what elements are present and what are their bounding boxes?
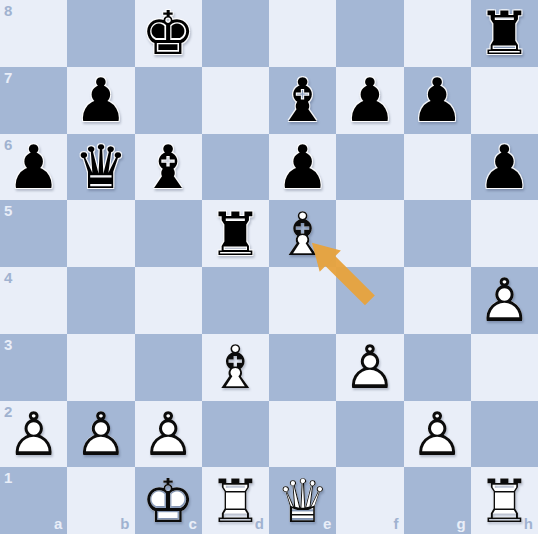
- square-g1[interactable]: g: [404, 467, 471, 534]
- rank-label-7: 7: [4, 70, 12, 85]
- square-e3[interactable]: [269, 334, 336, 401]
- square-g3[interactable]: [404, 334, 471, 401]
- square-h2[interactable]: [471, 401, 538, 468]
- board-grid: 8♚♜7♟♝♟♟6♟♛♝♟♟5♜♝♗4♟♙3♝♗♟♙2♟♙♟♙♟♙♟♙1abc♚…: [0, 0, 538, 534]
- square-f6[interactable]: [336, 134, 403, 201]
- square-c5[interactable]: [135, 200, 202, 267]
- square-e4[interactable]: [269, 267, 336, 334]
- square-g2[interactable]: ♟♙: [404, 401, 471, 468]
- square-c3[interactable]: [135, 334, 202, 401]
- square-e5[interactable]: ♝♗: [269, 200, 336, 267]
- piece-outline-glyph: ♕: [276, 471, 330, 531]
- square-f7[interactable]: ♟: [336, 67, 403, 134]
- piece-outline-glyph: ♙: [7, 404, 61, 464]
- white-queen-e1[interactable]: ♛♕: [276, 471, 330, 531]
- white-rook-d1[interactable]: ♜♖: [208, 471, 262, 531]
- black-rook-d5[interactable]: ♜: [208, 204, 262, 264]
- white-pawn-h4[interactable]: ♟♙: [477, 270, 531, 330]
- square-c6[interactable]: ♝: [135, 134, 202, 201]
- square-g7[interactable]: ♟: [404, 67, 471, 134]
- black-pawn-e6[interactable]: ♟: [276, 137, 330, 197]
- square-e7[interactable]: ♝: [269, 67, 336, 134]
- piece-outline-glyph: ♖: [208, 471, 262, 531]
- square-d2[interactable]: [202, 401, 269, 468]
- square-a8[interactable]: 8: [0, 0, 67, 67]
- black-bishop-e7[interactable]: ♝: [276, 70, 330, 130]
- black-rook-h8[interactable]: ♜: [477, 3, 531, 63]
- square-d7[interactable]: [202, 67, 269, 134]
- black-pawn-g7[interactable]: ♟: [410, 70, 464, 130]
- white-pawn-f3[interactable]: ♟♙: [343, 337, 397, 397]
- piece-outline-glyph: ♗: [276, 204, 330, 264]
- square-c1[interactable]: c♚♔: [135, 467, 202, 534]
- square-d8[interactable]: [202, 0, 269, 67]
- square-h4[interactable]: ♟♙: [471, 267, 538, 334]
- square-g5[interactable]: [404, 200, 471, 267]
- white-pawn-c2[interactable]: ♟♙: [141, 404, 195, 464]
- piece-outline-glyph: ♙: [477, 270, 531, 330]
- piece-outline-glyph: ♙: [410, 404, 464, 464]
- square-f1[interactable]: f: [336, 467, 403, 534]
- file-label-b: b: [120, 516, 129, 531]
- rank-label-4: 4: [4, 270, 12, 285]
- square-h1[interactable]: h♜♖: [471, 467, 538, 534]
- square-h5[interactable]: [471, 200, 538, 267]
- square-b2[interactable]: ♟♙: [67, 401, 134, 468]
- square-d4[interactable]: [202, 267, 269, 334]
- file-label-f: f: [394, 516, 399, 531]
- square-a2[interactable]: 2♟♙: [0, 401, 67, 468]
- square-f8[interactable]: [336, 0, 403, 67]
- square-b1[interactable]: b: [67, 467, 134, 534]
- black-king-c8[interactable]: ♚: [141, 3, 195, 63]
- square-c8[interactable]: ♚: [135, 0, 202, 67]
- square-b7[interactable]: ♟: [67, 67, 134, 134]
- square-f3[interactable]: ♟♙: [336, 334, 403, 401]
- square-a4[interactable]: 4: [0, 267, 67, 334]
- square-e6[interactable]: ♟: [269, 134, 336, 201]
- square-a7[interactable]: 7: [0, 67, 67, 134]
- square-f5[interactable]: [336, 200, 403, 267]
- square-e1[interactable]: e♛♕: [269, 467, 336, 534]
- piece-outline-glyph: ♗: [208, 337, 262, 397]
- square-h7[interactable]: [471, 67, 538, 134]
- square-e8[interactable]: [269, 0, 336, 67]
- square-e2[interactable]: [269, 401, 336, 468]
- piece-outline-glyph: ♙: [74, 404, 128, 464]
- square-d6[interactable]: [202, 134, 269, 201]
- white-bishop-d3[interactable]: ♝♗: [208, 337, 262, 397]
- file-label-g: g: [457, 516, 466, 531]
- black-queen-b6[interactable]: ♛: [74, 137, 128, 197]
- piece-outline-glyph: ♙: [343, 337, 397, 397]
- black-pawn-b7[interactable]: ♟: [74, 70, 128, 130]
- black-pawn-a6[interactable]: ♟: [7, 137, 61, 197]
- square-b5[interactable]: [67, 200, 134, 267]
- square-b6[interactable]: ♛: [67, 134, 134, 201]
- rank-label-8: 8: [4, 3, 12, 18]
- square-d1[interactable]: d♜♖: [202, 467, 269, 534]
- white-pawn-b2[interactable]: ♟♙: [74, 404, 128, 464]
- black-pawn-f7[interactable]: ♟: [343, 70, 397, 130]
- square-a6[interactable]: 6♟: [0, 134, 67, 201]
- square-d3[interactable]: ♝♗: [202, 334, 269, 401]
- square-h8[interactable]: ♜: [471, 0, 538, 67]
- black-pawn-h6[interactable]: ♟: [477, 137, 531, 197]
- file-label-a: a: [54, 516, 62, 531]
- white-king-c1[interactable]: ♚♔: [141, 471, 195, 531]
- square-a1[interactable]: 1a: [0, 467, 67, 534]
- square-b8[interactable]: [67, 0, 134, 67]
- square-c7[interactable]: [135, 67, 202, 134]
- square-h6[interactable]: ♟: [471, 134, 538, 201]
- square-b4[interactable]: [67, 267, 134, 334]
- rank-label-5: 5: [4, 203, 12, 218]
- square-h3[interactable]: [471, 334, 538, 401]
- square-g8[interactable]: [404, 0, 471, 67]
- piece-outline-glyph: ♙: [141, 404, 195, 464]
- rank-label-3: 3: [4, 337, 12, 352]
- square-g4[interactable]: [404, 267, 471, 334]
- square-a3[interactable]: 3: [0, 334, 67, 401]
- square-d5[interactable]: ♜: [202, 200, 269, 267]
- piece-outline-glyph: ♔: [141, 471, 195, 531]
- square-c2[interactable]: ♟♙: [135, 401, 202, 468]
- rank-label-1: 1: [4, 470, 12, 485]
- white-rook-h1[interactable]: ♜♖: [477, 471, 531, 531]
- chess-board: 8♚♜7♟♝♟♟6♟♛♝♟♟5♜♝♗4♟♙3♝♗♟♙2♟♙♟♙♟♙♟♙1abc♚…: [0, 0, 538, 534]
- square-f2[interactable]: [336, 401, 403, 468]
- black-bishop-c6[interactable]: ♝: [141, 137, 195, 197]
- square-c4[interactable]: [135, 267, 202, 334]
- piece-outline-glyph: ♖: [477, 471, 531, 531]
- square-f4[interactable]: [336, 267, 403, 334]
- white-pawn-a2[interactable]: ♟♙: [7, 404, 61, 464]
- white-bishop-e5[interactable]: ♝♗: [276, 204, 330, 264]
- square-b3[interactable]: [67, 334, 134, 401]
- square-g6[interactable]: [404, 134, 471, 201]
- white-pawn-g2[interactable]: ♟♙: [410, 404, 464, 464]
- square-a5[interactable]: 5: [0, 200, 67, 267]
